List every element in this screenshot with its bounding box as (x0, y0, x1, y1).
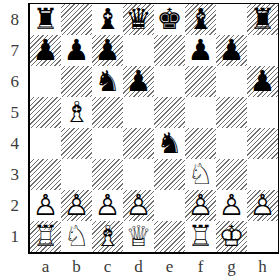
file-label-f: f (185, 255, 216, 279)
square-e3[interactable] (154, 159, 185, 190)
piece-black-knight-icon: ♞ (92, 66, 123, 97)
square-h6[interactable]: ♟ (247, 66, 278, 97)
square-d5[interactable] (123, 97, 154, 128)
piece-white-bishop-icon: ♝♗ (61, 97, 92, 128)
piece-glyph: ♜ (250, 5, 276, 34)
square-f8[interactable]: ♝ (185, 4, 216, 35)
piece-glyph: ♙ (33, 191, 59, 220)
piece-white-rook-icon: ♜♖ (185, 221, 216, 252)
square-e7[interactable] (154, 35, 185, 66)
square-h7[interactable] (247, 35, 278, 66)
piece-black-knight-icon: ♞ (154, 128, 185, 159)
square-f2[interactable]: ♟♙ (185, 190, 216, 221)
piece-black-king-icon: ♚ (154, 4, 185, 35)
file-label-e: e (154, 255, 185, 279)
square-h4[interactable] (247, 128, 278, 159)
piece-glyph: ♟ (64, 36, 90, 65)
piece-white-knight-icon: ♞♘ (185, 159, 216, 190)
square-a4[interactable] (30, 128, 61, 159)
square-g5[interactable] (216, 97, 247, 128)
piece-glyph: ♙ (188, 191, 214, 220)
rank-label-3: 3 (0, 159, 26, 190)
piece-glyph: ♘ (64, 222, 90, 251)
square-a5[interactable] (30, 97, 61, 128)
square-c5[interactable] (92, 97, 123, 128)
rank-label-4: 4 (0, 128, 26, 159)
square-c1[interactable]: ♝♗ (92, 221, 123, 252)
square-h5[interactable] (247, 97, 278, 128)
piece-glyph: ♟ (250, 67, 276, 96)
piece-white-pawn-icon: ♟♙ (92, 190, 123, 221)
square-b1[interactable]: ♞♘ (61, 221, 92, 252)
square-h1[interactable] (247, 221, 278, 252)
piece-white-knight-icon: ♞♘ (61, 221, 92, 252)
file-label-g: g (216, 255, 247, 279)
chess-diagram: 87654321 ♜♝♛♚♝♜♟♟♟♟♟♞♟♟♝♗♞♞♘♟♙♟♙♟♙♟♙♟♙♟♙… (0, 0, 279, 280)
piece-white-pawn-icon: ♟♙ (123, 190, 154, 221)
square-g3[interactable] (216, 159, 247, 190)
piece-white-pawn-icon: ♟♙ (216, 190, 247, 221)
file-labels: abcdefgh (30, 255, 278, 279)
square-g7[interactable]: ♟ (216, 35, 247, 66)
file-label-c: c (92, 255, 123, 279)
square-b3[interactable] (61, 159, 92, 190)
piece-glyph: ♛ (126, 5, 152, 34)
piece-glyph: ♖ (188, 222, 214, 251)
piece-black-bishop-icon: ♝ (92, 4, 123, 35)
square-d7[interactable] (123, 35, 154, 66)
square-a1[interactable]: ♜♖ (30, 221, 61, 252)
square-e8[interactable]: ♚ (154, 4, 185, 35)
piece-white-pawn-icon: ♟♙ (30, 190, 61, 221)
piece-glyph: ♔ (219, 222, 245, 251)
piece-black-pawn-icon: ♟ (247, 66, 278, 97)
rank-label-5: 5 (0, 97, 26, 128)
piece-glyph: ♝ (95, 5, 121, 34)
square-f5[interactable] (185, 97, 216, 128)
rank-label-1: 1 (0, 221, 26, 252)
square-b6[interactable] (61, 66, 92, 97)
piece-glyph: ♚ (157, 5, 183, 34)
piece-glyph: ♙ (126, 191, 152, 220)
piece-glyph: ♙ (219, 191, 245, 220)
piece-black-pawn-icon: ♟ (216, 35, 247, 66)
piece-black-pawn-icon: ♟ (185, 35, 216, 66)
piece-glyph: ♟ (188, 36, 214, 65)
square-h2[interactable]: ♟♙ (247, 190, 278, 221)
file-label-a: a (30, 255, 61, 279)
piece-black-bishop-icon: ♝ (185, 4, 216, 35)
piece-glyph: ♙ (64, 191, 90, 220)
square-e5[interactable] (154, 97, 185, 128)
file-label-h: h (247, 255, 278, 279)
piece-glyph: ♗ (64, 98, 90, 127)
square-b7[interactable]: ♟ (61, 35, 92, 66)
square-a7[interactable]: ♟ (30, 35, 61, 66)
file-label-d: d (123, 255, 154, 279)
piece-glyph: ♟ (33, 36, 59, 65)
piece-glyph: ♞ (95, 67, 121, 96)
square-h3[interactable] (247, 159, 278, 190)
piece-glyph: ♞ (157, 129, 183, 158)
rank-label-2: 2 (0, 190, 26, 221)
piece-glyph: ♜ (33, 5, 59, 34)
piece-glyph: ♟ (219, 36, 245, 65)
square-b5[interactable]: ♝♗ (61, 97, 92, 128)
square-d2[interactable]: ♟♙ (123, 190, 154, 221)
square-d1[interactable]: ♛♕ (123, 221, 154, 252)
square-a3[interactable] (30, 159, 61, 190)
square-d8[interactable]: ♛ (123, 4, 154, 35)
square-a8[interactable]: ♜ (30, 4, 61, 35)
square-b2[interactable]: ♟♙ (61, 190, 92, 221)
chess-board: ♜♝♛♚♝♜♟♟♟♟♟♞♟♟♝♗♞♞♘♟♙♟♙♟♙♟♙♟♙♟♙♟♙♜♖♞♘♝♗♛… (28, 3, 279, 254)
square-a2[interactable]: ♟♙ (30, 190, 61, 221)
square-d6[interactable]: ♟ (123, 66, 154, 97)
file-label-b: b (61, 255, 92, 279)
square-g1[interactable]: ♚♔ (216, 221, 247, 252)
piece-glyph: ♙ (250, 191, 276, 220)
piece-black-rook-icon: ♜ (247, 4, 278, 35)
piece-glyph: ♟ (126, 67, 152, 96)
square-f3[interactable]: ♞♘ (185, 159, 216, 190)
piece-white-pawn-icon: ♟♙ (61, 190, 92, 221)
square-g6[interactable] (216, 66, 247, 97)
piece-glyph: ♗ (95, 222, 121, 251)
piece-glyph: ♖ (33, 222, 59, 251)
piece-glyph: ♘ (188, 160, 214, 189)
piece-white-rook-icon: ♜♖ (30, 221, 61, 252)
piece-white-king-icon: ♚♔ (216, 221, 247, 252)
piece-glyph: ♝ (188, 5, 214, 34)
square-c4[interactable] (92, 128, 123, 159)
square-g4[interactable] (216, 128, 247, 159)
square-c3[interactable] (92, 159, 123, 190)
piece-black-pawn-icon: ♟ (123, 66, 154, 97)
square-h8[interactable]: ♜ (247, 4, 278, 35)
square-d3[interactable] (123, 159, 154, 190)
piece-black-queen-icon: ♛ (123, 4, 154, 35)
piece-white-pawn-icon: ♟♙ (247, 190, 278, 221)
piece-glyph: ♙ (95, 191, 121, 220)
square-d4[interactable] (123, 128, 154, 159)
square-f6[interactable] (185, 66, 216, 97)
square-f1[interactable]: ♜♖ (185, 221, 216, 252)
square-a6[interactable] (30, 66, 61, 97)
square-g8[interactable] (216, 4, 247, 35)
piece-black-pawn-icon: ♟ (61, 35, 92, 66)
piece-white-queen-icon: ♛♕ (123, 221, 154, 252)
piece-black-pawn-icon: ♟ (30, 35, 61, 66)
piece-white-bishop-icon: ♝♗ (92, 221, 123, 252)
piece-white-pawn-icon: ♟♙ (185, 190, 216, 221)
square-c6[interactable]: ♞ (92, 66, 123, 97)
square-e1[interactable] (154, 221, 185, 252)
rank-label-7: 7 (0, 35, 26, 66)
square-c8[interactable]: ♝ (92, 4, 123, 35)
rank-labels: 87654321 (0, 4, 26, 252)
square-e2[interactable] (154, 190, 185, 221)
square-c2[interactable]: ♟♙ (92, 190, 123, 221)
square-b4[interactable] (61, 128, 92, 159)
rank-label-6: 6 (0, 66, 26, 97)
square-g2[interactable]: ♟♙ (216, 190, 247, 221)
piece-glyph: ♕ (126, 222, 152, 251)
square-f7[interactable]: ♟ (185, 35, 216, 66)
rank-label-8: 8 (0, 4, 26, 35)
square-e6[interactable] (154, 66, 185, 97)
piece-black-rook-icon: ♜ (30, 4, 61, 35)
square-b8[interactable] (61, 4, 92, 35)
square-f4[interactable] (185, 128, 216, 159)
square-e4[interactable]: ♞ (154, 128, 185, 159)
piece-glyph: ♟ (95, 36, 121, 65)
square-c7[interactable]: ♟ (92, 35, 123, 66)
piece-black-pawn-icon: ♟ (92, 35, 123, 66)
